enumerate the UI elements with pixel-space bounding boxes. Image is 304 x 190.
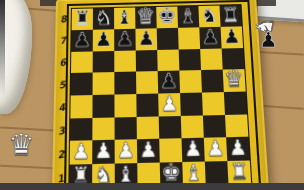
square-d6 [136,50,158,72]
square-c3 [115,117,137,140]
square-a7: ♟ [71,30,93,52]
white-pawn-f2: ♟ [184,138,203,160]
square-f4 [180,93,203,116]
black-queen-d8: ♛ [136,6,155,28]
white-rook-h1: ♜ [229,161,249,183]
square-b2: ♟ [92,140,115,164]
square-h7: ♟ [221,26,244,48]
square-d8: ♛ [135,7,157,29]
white-pawn-e4: ♟ [160,93,178,114]
square-b8: ♞ [93,8,114,30]
square-g6 [200,48,223,70]
square-a2: ♟ [70,141,93,165]
square-f8: ♝ [177,6,199,28]
rank-label-2: 2 [53,141,69,167]
square-d4 [136,94,158,117]
rank-label-6: 6 [55,50,71,74]
square-g3 [203,115,226,138]
white-pawn-d2: ♟ [139,139,158,161]
square-b7: ♟ [93,29,114,51]
black-pawn-c7: ♟ [116,29,134,49]
white-king-e1: ♚ [161,161,182,186]
square-g7: ♟ [199,27,221,49]
square-c7: ♟ [114,29,136,51]
square-g5 [201,70,224,93]
square-e3 [159,116,182,139]
square-a3 [70,118,92,141]
chess-board-mat: ♜♞♝♛♚♝♞♜♟♟♟♟♟♟♟♛♟♟♟♟♟♟♟♟♜♞♝♚♝♜ 87654321 … [52,0,270,190]
black-pawn-e5: ♟ [160,71,178,92]
rank-label-8: 8 [55,7,71,30]
black-rook-a8: ♜ [74,8,91,28]
square-e2 [159,139,182,163]
square-d5 [136,71,158,94]
white-pawn-b2: ♟ [94,140,112,162]
rank-label-7: 7 [55,28,71,52]
square-f5 [179,70,202,93]
square-c6 [114,50,136,72]
square-c5 [114,72,136,95]
square-b4 [92,95,114,118]
square-f3 [181,115,204,138]
white-pawn-h2: ♟ [228,137,247,159]
white-bishop-f1: ♝ [184,162,203,184]
white-queen-h5: ♛ [224,68,245,91]
square-d7: ♟ [135,28,157,50]
square-b5 [93,72,115,95]
square-h8: ♜ [219,5,241,27]
white-pawn-a2: ♟ [72,141,90,163]
shadow-edge-left [0,0,5,96]
white-pawn-c2: ♟ [117,139,135,161]
square-h4 [224,92,247,115]
square-a4 [70,95,92,118]
square-h1: ♜ [227,161,251,186]
square-h5: ♛ [223,69,246,92]
black-pawn-b7: ♟ [95,29,112,49]
square-d3 [137,116,160,139]
square-f2: ♟ [182,138,205,162]
square-a8: ♜ [72,8,93,30]
black-pawn-g7: ♟ [201,27,219,47]
square-g4 [202,92,225,115]
black-bishop-f8: ♝ [179,6,197,26]
rank-label-4: 4 [54,95,70,120]
black-rook-h8: ♜ [221,5,239,25]
black-pawn-h7: ♟ [223,26,241,46]
square-e8: ♚ [156,7,178,29]
white-pawn-g2: ♟ [206,137,225,159]
square-h6 [222,48,245,70]
square-a5 [71,73,93,96]
square-f6 [179,49,201,71]
square-c8: ♝ [114,7,135,29]
square-e6 [157,49,179,71]
rank-label-5: 5 [54,72,70,96]
black-knight-g8: ♞ [200,6,218,26]
letterbox-bar-bottom [0,183,304,190]
rank-labels: 87654321 [53,8,70,190]
square-c4 [114,94,136,117]
square-c2: ♟ [115,140,138,164]
square-g8: ♞ [198,6,220,28]
black-king-e8: ♚ [157,6,177,28]
black-pawn-d7: ♟ [137,28,155,48]
black-knight-b8: ♞ [95,8,112,28]
square-g2: ♟ [204,138,227,162]
square-b3 [92,117,114,140]
black-bishop-c8: ♝ [116,8,133,28]
square-h3 [225,114,248,137]
square-e4: ♟ [158,93,181,116]
square-h2: ♟ [226,137,250,161]
chess-board: ♜♞♝♛♚♝♞♜♟♟♟♟♟♟♟♛♟♟♟♟♟♟♟♟♜♞♝♚♝♜ [68,4,252,190]
square-f7 [178,27,200,49]
rank-label-3: 3 [53,118,69,143]
square-d2: ♟ [137,139,160,163]
square-e7 [157,28,179,50]
black-pawn-a7: ♟ [73,30,91,50]
square-a6 [71,51,93,73]
square-b6 [93,51,115,73]
square-e5: ♟ [158,71,180,94]
